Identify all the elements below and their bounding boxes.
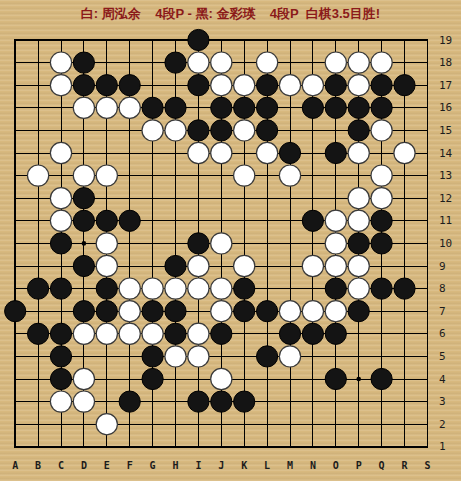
stone-white-E9 bbox=[96, 255, 117, 276]
stone-black-D9 bbox=[73, 255, 94, 276]
stone-black-D11 bbox=[73, 210, 94, 231]
stone-white-D13 bbox=[73, 165, 94, 186]
stone-white-M13 bbox=[279, 165, 300, 186]
stone-black-L5 bbox=[257, 346, 278, 367]
stone-white-Q12 bbox=[371, 188, 392, 209]
stone-white-F6 bbox=[119, 323, 140, 344]
stone-white-E13 bbox=[96, 165, 117, 186]
stone-white-G6 bbox=[142, 323, 163, 344]
stone-black-G7 bbox=[142, 301, 163, 322]
stone-black-C4 bbox=[50, 368, 71, 389]
stone-white-R14 bbox=[394, 142, 415, 163]
stone-white-F7 bbox=[119, 301, 140, 322]
stone-black-K3 bbox=[234, 391, 255, 412]
stone-white-H5 bbox=[165, 346, 186, 367]
stone-black-A7 bbox=[5, 301, 26, 322]
stone-black-D7 bbox=[73, 301, 94, 322]
stone-white-I5 bbox=[188, 346, 209, 367]
stone-black-G4 bbox=[142, 368, 163, 389]
stone-white-K15 bbox=[234, 120, 255, 141]
stone-black-L16 bbox=[257, 97, 278, 118]
stone-white-I8 bbox=[188, 278, 209, 299]
stone-black-E8 bbox=[96, 278, 117, 299]
row-label-13: 13 bbox=[439, 169, 452, 182]
star-point-P4 bbox=[356, 377, 361, 382]
column-label-J: J bbox=[218, 460, 224, 471]
stone-black-N11 bbox=[302, 210, 323, 231]
stone-white-I18 bbox=[188, 52, 209, 73]
stone-white-I9 bbox=[188, 255, 209, 276]
stone-black-B6 bbox=[27, 323, 48, 344]
stone-black-Q16 bbox=[371, 97, 392, 118]
column-label-N: N bbox=[310, 460, 316, 471]
stone-white-H8 bbox=[165, 278, 186, 299]
stone-black-R17 bbox=[394, 75, 415, 96]
row-label-16: 16 bbox=[439, 101, 452, 114]
column-label-H: H bbox=[172, 460, 178, 471]
stone-white-M5 bbox=[279, 346, 300, 367]
row-label-1: 1 bbox=[439, 440, 446, 453]
column-label-O: O bbox=[333, 460, 339, 471]
row-label-11: 11 bbox=[439, 214, 452, 227]
stone-black-H16 bbox=[165, 97, 186, 118]
column-label-F: F bbox=[127, 460, 133, 471]
stone-white-E16 bbox=[96, 97, 117, 118]
row-label-8: 8 bbox=[439, 282, 446, 295]
stone-white-O18 bbox=[325, 52, 346, 73]
stone-black-I3 bbox=[188, 391, 209, 412]
stone-black-O6 bbox=[325, 323, 346, 344]
stone-white-C14 bbox=[50, 142, 71, 163]
stone-black-C10 bbox=[50, 233, 71, 254]
stone-black-M14 bbox=[279, 142, 300, 163]
stone-white-F16 bbox=[119, 97, 140, 118]
stone-black-K16 bbox=[234, 97, 255, 118]
stone-white-P14 bbox=[348, 142, 369, 163]
stone-white-E2 bbox=[96, 414, 117, 435]
stone-black-F3 bbox=[119, 391, 140, 412]
stone-white-M7 bbox=[279, 301, 300, 322]
stone-black-P15 bbox=[348, 120, 369, 141]
stone-black-M6 bbox=[279, 323, 300, 344]
stone-white-E6 bbox=[96, 323, 117, 344]
column-label-B: B bbox=[35, 460, 41, 471]
stone-black-O8 bbox=[325, 278, 346, 299]
stone-white-J17 bbox=[211, 75, 232, 96]
stone-black-Q4 bbox=[371, 368, 392, 389]
stone-white-P8 bbox=[348, 278, 369, 299]
stone-black-D17 bbox=[73, 75, 94, 96]
stone-black-H9 bbox=[165, 255, 186, 276]
stone-white-D6 bbox=[73, 323, 94, 344]
column-label-A: A bbox=[12, 460, 18, 471]
stone-white-J10 bbox=[211, 233, 232, 254]
stone-black-J16 bbox=[211, 97, 232, 118]
stone-white-F8 bbox=[119, 278, 140, 299]
stone-white-L14 bbox=[257, 142, 278, 163]
stone-white-C18 bbox=[50, 52, 71, 73]
stone-white-J4 bbox=[211, 368, 232, 389]
stone-black-P16 bbox=[348, 97, 369, 118]
column-label-K: K bbox=[241, 460, 247, 471]
stone-black-K7 bbox=[234, 301, 255, 322]
column-label-L: L bbox=[264, 460, 270, 471]
stone-black-Q8 bbox=[371, 278, 392, 299]
column-label-R: R bbox=[401, 460, 408, 471]
column-label-S: S bbox=[424, 460, 430, 471]
stone-black-E7 bbox=[96, 301, 117, 322]
stone-white-O9 bbox=[325, 255, 346, 276]
stone-white-P12 bbox=[348, 188, 369, 209]
stone-black-J6 bbox=[211, 323, 232, 344]
column-label-E: E bbox=[104, 460, 110, 471]
stone-white-J8 bbox=[211, 278, 232, 299]
stone-white-O10 bbox=[325, 233, 346, 254]
stone-white-G15 bbox=[142, 120, 163, 141]
stone-white-N9 bbox=[302, 255, 323, 276]
stone-black-C5 bbox=[50, 346, 71, 367]
stone-white-P9 bbox=[348, 255, 369, 276]
stone-black-I15 bbox=[188, 120, 209, 141]
column-label-M: M bbox=[287, 460, 293, 471]
stone-white-D16 bbox=[73, 97, 94, 118]
stone-black-E17 bbox=[96, 75, 117, 96]
stone-black-C6 bbox=[50, 323, 71, 344]
row-label-18: 18 bbox=[439, 56, 452, 69]
column-label-D: D bbox=[81, 460, 87, 471]
stone-white-L18 bbox=[257, 52, 278, 73]
stone-white-E10 bbox=[96, 233, 117, 254]
stone-white-C12 bbox=[50, 188, 71, 209]
stone-white-K17 bbox=[234, 75, 255, 96]
stone-black-N16 bbox=[302, 97, 323, 118]
stone-black-G16 bbox=[142, 97, 163, 118]
row-label-15: 15 bbox=[439, 124, 452, 137]
row-label-2: 2 bbox=[439, 418, 446, 431]
stone-black-Q10 bbox=[371, 233, 392, 254]
column-label-I: I bbox=[195, 460, 201, 471]
stone-white-I6 bbox=[188, 323, 209, 344]
row-label-4: 4 bbox=[439, 373, 446, 386]
stone-white-C3 bbox=[50, 391, 71, 412]
stone-white-P11 bbox=[348, 210, 369, 231]
stone-white-K13 bbox=[234, 165, 255, 186]
row-label-7: 7 bbox=[439, 305, 446, 318]
stone-white-O7 bbox=[325, 301, 346, 322]
stone-black-L17 bbox=[257, 75, 278, 96]
stone-white-N17 bbox=[302, 75, 323, 96]
row-label-10: 10 bbox=[439, 237, 452, 250]
stone-white-H15 bbox=[165, 120, 186, 141]
stone-black-F17 bbox=[119, 75, 140, 96]
stone-black-H7 bbox=[165, 301, 186, 322]
stone-black-D18 bbox=[73, 52, 94, 73]
row-label-9: 9 bbox=[439, 260, 446, 273]
stone-white-Q13 bbox=[371, 165, 392, 186]
stone-white-B13 bbox=[27, 165, 48, 186]
stone-black-Q17 bbox=[371, 75, 392, 96]
star-point-D10 bbox=[82, 241, 87, 246]
stone-white-O11 bbox=[325, 210, 346, 231]
stone-white-Q18 bbox=[371, 52, 392, 73]
stone-black-D12 bbox=[73, 188, 94, 209]
row-label-17: 17 bbox=[439, 79, 452, 92]
stone-white-C11 bbox=[50, 210, 71, 231]
stone-white-M17 bbox=[279, 75, 300, 96]
column-label-Q: Q bbox=[379, 460, 385, 471]
stone-white-K9 bbox=[234, 255, 255, 276]
stone-white-Q15 bbox=[371, 120, 392, 141]
stone-black-L15 bbox=[257, 120, 278, 141]
column-label-P: P bbox=[356, 460, 362, 471]
stone-black-K8 bbox=[234, 278, 255, 299]
stone-white-G8 bbox=[142, 278, 163, 299]
go-board-svg: ABCDEFGHIJKLMNOPQRS191817161514131211109… bbox=[0, 0, 461, 481]
stone-black-P10 bbox=[348, 233, 369, 254]
stone-black-B8 bbox=[27, 278, 48, 299]
stone-black-O14 bbox=[325, 142, 346, 163]
stone-black-I17 bbox=[188, 75, 209, 96]
stone-black-I19 bbox=[188, 29, 209, 50]
stone-white-D4 bbox=[73, 368, 94, 389]
stone-black-O17 bbox=[325, 75, 346, 96]
stone-white-J14 bbox=[211, 142, 232, 163]
stone-white-P18 bbox=[348, 52, 369, 73]
stone-white-J18 bbox=[211, 52, 232, 73]
stone-black-L7 bbox=[257, 301, 278, 322]
stone-black-O4 bbox=[325, 368, 346, 389]
column-label-G: G bbox=[150, 460, 156, 471]
stone-black-H6 bbox=[165, 323, 186, 344]
row-label-6: 6 bbox=[439, 327, 446, 340]
stone-black-I10 bbox=[188, 233, 209, 254]
column-label-C: C bbox=[58, 460, 64, 471]
stone-black-C8 bbox=[50, 278, 71, 299]
stone-white-D3 bbox=[73, 391, 94, 412]
stone-black-G5 bbox=[142, 346, 163, 367]
stone-white-P17 bbox=[348, 75, 369, 96]
stone-black-J3 bbox=[211, 391, 232, 412]
stone-white-J7 bbox=[211, 301, 232, 322]
stone-white-I14 bbox=[188, 142, 209, 163]
stone-black-J15 bbox=[211, 120, 232, 141]
stone-black-E11 bbox=[96, 210, 117, 231]
stone-black-R8 bbox=[394, 278, 415, 299]
stone-white-C17 bbox=[50, 75, 71, 96]
row-label-3: 3 bbox=[439, 395, 446, 408]
stone-black-F11 bbox=[119, 210, 140, 231]
row-label-19: 19 bbox=[439, 34, 452, 47]
row-label-14: 14 bbox=[439, 147, 453, 160]
row-label-12: 12 bbox=[439, 192, 452, 205]
stone-black-P7 bbox=[348, 301, 369, 322]
stone-black-O16 bbox=[325, 97, 346, 118]
row-label-5: 5 bbox=[439, 350, 446, 363]
go-game-screen: 白: 周泓余 4段P - 黑: 金彩瑛 4段P 白棋3.5目胜! ABCDEFG… bbox=[0, 0, 461, 481]
stone-black-N6 bbox=[302, 323, 323, 344]
stone-black-Q11 bbox=[371, 210, 392, 231]
stone-white-N7 bbox=[302, 301, 323, 322]
stone-black-H18 bbox=[165, 52, 186, 73]
